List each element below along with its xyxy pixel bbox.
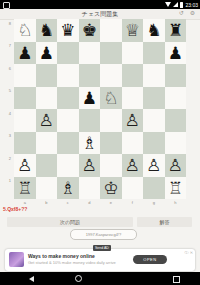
square-d8[interactable]: ♚ (79, 19, 101, 42)
square-c3[interactable] (57, 132, 79, 155)
square-a8[interactable]: ♘ (14, 19, 36, 42)
feedback-text: 5.Qxf8+?? (3, 206, 27, 212)
square-g2[interactable]: ♙ (143, 154, 165, 177)
square-c7[interactable] (57, 42, 79, 65)
recents-icon[interactable] (173, 276, 180, 283)
square-a5[interactable] (14, 87, 36, 110)
white-piece: ♘ (100, 87, 122, 110)
square-h1[interactable]: ♖ (165, 177, 187, 200)
ad-badge: Send AD (93, 245, 111, 251)
square-h6[interactable] (165, 64, 187, 87)
square-d6[interactable] (79, 64, 101, 87)
white-piece: ♙ (143, 154, 165, 177)
black-piece: ♚ (79, 19, 101, 42)
square-h8[interactable]: ♜ (165, 19, 187, 42)
next-problem-button[interactable]: 次の問題 (7, 217, 133, 227)
square-h2[interactable]: ♙ (165, 154, 187, 177)
square-b8[interactable]: ♞ (36, 19, 58, 42)
file-label: a (24, 200, 26, 205)
square-e5[interactable]: ♘ (100, 87, 122, 110)
puzzle-source-chip[interactable]: 1997.Kasparov.g4!? (70, 229, 137, 240)
square-e6[interactable] (100, 64, 122, 87)
square-d1[interactable] (79, 177, 101, 200)
square-h4[interactable] (165, 109, 187, 132)
white-piece: ♔ (100, 177, 122, 200)
square-g7[interactable] (143, 42, 165, 65)
square-c1[interactable]: ♗ (57, 177, 79, 200)
square-g6[interactable] (143, 64, 165, 87)
square-c4[interactable] (57, 109, 79, 132)
square-g4[interactable] (143, 109, 165, 132)
square-f4[interactable]: ♙ (122, 109, 144, 132)
square-c2[interactable] (57, 154, 79, 177)
black-piece: ♞ (143, 19, 165, 42)
square-b3[interactable] (36, 132, 58, 155)
notification-icon (3, 2, 10, 9)
square-a2[interactable]: ♙ (14, 154, 36, 177)
square-a1[interactable]: ♖ (14, 177, 36, 200)
square-b1[interactable] (36, 177, 58, 200)
square-d4[interactable] (79, 109, 101, 132)
file-label: h (174, 200, 176, 205)
square-g8[interactable]: ♞ (143, 19, 165, 42)
black-piece: ♟ (165, 42, 187, 65)
square-d2[interactable]: ♙ (79, 154, 101, 177)
square-f2[interactable]: ♙ (122, 154, 144, 177)
settings-icon[interactable]: ⚙ (189, 10, 196, 17)
square-a4[interactable] (14, 109, 36, 132)
rank-label: 8 (5, 21, 11, 26)
rank-label: 5 (5, 88, 11, 93)
square-e3[interactable] (100, 132, 122, 155)
square-e2[interactable] (100, 154, 122, 177)
answer-button[interactable]: 解答 (137, 217, 192, 227)
home-icon[interactable] (75, 275, 82, 282)
square-a3[interactable] (14, 132, 36, 155)
white-piece: ♗ (57, 177, 79, 200)
square-e8[interactable] (100, 19, 122, 42)
square-d3[interactable]: ♗ (79, 132, 101, 155)
black-piece: ♜ (165, 19, 187, 42)
white-piece: ♙ (165, 154, 187, 177)
square-f6[interactable] (122, 64, 144, 87)
square-g1[interactable] (143, 177, 165, 200)
black-piece: ♟ (79, 87, 101, 110)
ad-headline[interactable]: Ways to make money online (28, 253, 95, 259)
file-label: f (132, 200, 133, 205)
black-piece: ♟ (36, 42, 58, 65)
android-nav-bar (0, 272, 200, 285)
square-h5[interactable] (165, 87, 187, 110)
square-c6[interactable] (57, 64, 79, 87)
rank-label: 3 (5, 133, 11, 138)
square-b7[interactable]: ♟ (36, 42, 58, 65)
square-b5[interactable] (36, 87, 58, 110)
rank-label: 2 (5, 156, 11, 161)
square-a7[interactable]: ♟ (14, 42, 36, 65)
white-piece: ♙ (36, 109, 58, 132)
adchoices-icon[interactable]: ⓘ ✕ (185, 250, 193, 255)
signal-icon (173, 2, 178, 7)
square-h7[interactable]: ♟ (165, 42, 187, 65)
file-label: g (153, 200, 155, 205)
ad-description: Get started & 10% make money video daily… (28, 260, 116, 265)
black-piece: ♟ (14, 42, 36, 65)
square-f1[interactable] (122, 177, 144, 200)
square-e7[interactable] (100, 42, 122, 65)
square-e1[interactable]: ♔ (100, 177, 122, 200)
square-b4[interactable]: ♙ (36, 109, 58, 132)
ad-banner[interactable]: Ways to make money online Get started & … (5, 249, 195, 271)
chess-board: ♘♞♛♚♕♞♜♟♟♟♟♘♙♙♗♙♙♙♙♙♖♗♔♖ (14, 19, 186, 199)
white-piece: ♕ (122, 19, 144, 42)
white-piece: ♙ (122, 109, 144, 132)
square-g3[interactable] (143, 132, 165, 155)
white-piece: ♙ (79, 154, 101, 177)
wifi-icon (165, 2, 171, 7)
white-piece: ♙ (14, 154, 36, 177)
app-screen: 23:03 チェス問題集 ↺ ⚙ ♘♞♛♚♕♞♜♟♟♟♟♘♙♙♗♙♙♙♙♙♖♗♔… (0, 0, 200, 285)
white-piece: ♗ (79, 132, 101, 155)
clock-text: 23:03 (185, 2, 198, 8)
rank-label: 6 (5, 66, 11, 71)
square-h3[interactable] (165, 132, 187, 155)
square-d5[interactable]: ♟ (79, 87, 101, 110)
ad-thumbnail (9, 252, 24, 267)
white-piece: ♘ (14, 19, 36, 42)
status-bar: 23:03 (0, 0, 200, 9)
square-a6[interactable] (14, 64, 36, 87)
white-piece: ♖ (14, 177, 36, 200)
black-piece: ♞ (36, 19, 58, 42)
square-c5[interactable] (57, 87, 79, 110)
file-label: d (88, 200, 90, 205)
black-piece: ♛ (57, 19, 79, 42)
rank-label: 1 (5, 178, 11, 183)
square-f7[interactable] (122, 42, 144, 65)
file-label: c (67, 200, 69, 205)
square-g5[interactable] (143, 87, 165, 110)
file-label: b (45, 200, 47, 205)
square-e4[interactable] (100, 109, 122, 132)
square-d7[interactable] (79, 42, 101, 65)
square-f8[interactable]: ♕ (122, 19, 144, 42)
square-c8[interactable]: ♛ (57, 19, 79, 42)
square-f3[interactable] (122, 132, 144, 155)
square-b6[interactable] (36, 64, 58, 87)
ad-open-button[interactable]: OPEN (133, 255, 167, 264)
square-f5[interactable] (122, 87, 144, 110)
rank-label: 7 (5, 43, 11, 48)
white-piece: ♙ (122, 154, 144, 177)
white-piece: ♖ (165, 177, 187, 200)
rank-label: 4 (5, 111, 11, 116)
square-b2[interactable] (36, 154, 58, 177)
back-icon[interactable] (29, 276, 34, 282)
battery-icon (180, 2, 183, 8)
undo-icon[interactable]: ↺ (178, 10, 185, 17)
file-label: e (110, 200, 112, 205)
page-title: チェス問題集 (0, 10, 200, 19)
